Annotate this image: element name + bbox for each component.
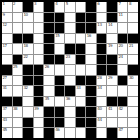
blocked-cell <box>107 97 117 107</box>
clue-number: 17 <box>3 44 7 48</box>
blocked-cell <box>97 65 107 75</box>
blocked-cell <box>86 128 96 138</box>
crossword-cell[interactable]: 41 <box>107 107 117 117</box>
clue-number: 19 <box>108 44 112 48</box>
crossword-cell[interactable] <box>13 13 23 23</box>
crossword-cell[interactable]: 20 <box>118 44 128 54</box>
crossword-cell[interactable] <box>128 118 138 128</box>
blocked-cell <box>44 13 54 23</box>
crossword-cell[interactable] <box>23 97 33 107</box>
blocked-cell <box>107 13 117 23</box>
blocked-cell <box>97 44 107 54</box>
crossword-cell[interactable] <box>65 76 75 86</box>
clue-number: 2 <box>13 2 15 6</box>
crossword-board: 1234567891011121314151617181920212223242… <box>0 0 140 140</box>
crossword-cell[interactable]: 22 <box>23 55 33 65</box>
crossword-cell[interactable]: 12 <box>2 23 12 33</box>
clue-number: 3 <box>34 2 36 6</box>
crossword-cell[interactable]: 8 <box>128 2 138 12</box>
crossword-cell[interactable]: 32 <box>23 86 33 96</box>
blocked-cell <box>65 44 75 54</box>
crossword-cell[interactable]: 17 <box>2 44 12 54</box>
blocked-cell <box>118 76 128 86</box>
clue-number: 32 <box>24 86 28 90</box>
crossword-cell[interactable] <box>128 13 138 23</box>
crossword-cell[interactable]: 36 <box>65 97 75 107</box>
crossword-cell[interactable] <box>34 118 44 128</box>
crossword-cell[interactable]: 15 <box>55 34 65 44</box>
crossword-cell[interactable]: 40 <box>97 107 107 117</box>
crossword-cell[interactable]: 43 <box>2 118 12 128</box>
crossword-cell[interactable] <box>13 23 23 33</box>
crossword-cell[interactable]: 35 <box>44 97 54 107</box>
crossword-cell[interactable] <box>55 44 65 54</box>
crossword-cell[interactable]: 27 <box>2 76 12 86</box>
crossword-cell[interactable]: 23 <box>65 55 75 65</box>
crossword-cell[interactable]: 37 <box>2 107 12 117</box>
blocked-cell <box>86 86 96 96</box>
crossword-cell[interactable] <box>34 23 44 33</box>
blocked-cell <box>76 23 86 33</box>
crossword-cell[interactable] <box>23 23 33 33</box>
clue-number: 6 <box>97 2 99 6</box>
crossword-cell[interactable]: 10 <box>23 13 33 23</box>
blocked-cell <box>86 2 96 12</box>
clue-number: 38 <box>13 107 17 111</box>
blocked-cell <box>23 65 33 75</box>
blocked-cell <box>23 128 33 138</box>
crossword-cell[interactable]: 21 <box>128 44 138 54</box>
crossword-cell[interactable] <box>107 118 117 128</box>
crossword-cell[interactable]: 29 <box>107 76 117 86</box>
crossword-cell[interactable] <box>34 34 44 44</box>
crossword-cell[interactable] <box>34 128 44 138</box>
crossword-cell[interactable]: 13 <box>97 23 107 33</box>
blocked-cell <box>44 55 54 65</box>
blocked-cell <box>97 34 107 44</box>
clue-number: 39 <box>34 107 38 111</box>
clue-number: 42 <box>118 107 122 111</box>
clue-number: 21 <box>129 44 133 48</box>
crossword-cell[interactable]: 39 <box>34 107 44 117</box>
clue-number: 12 <box>3 23 7 27</box>
clue-number: 28 <box>97 76 101 80</box>
crossword-cell[interactable] <box>65 107 75 117</box>
blocked-cell <box>44 2 54 12</box>
clue-number: 40 <box>97 107 101 111</box>
blocked-cell <box>44 107 54 117</box>
clue-number: 23 <box>66 55 70 59</box>
blocked-cell <box>97 55 107 65</box>
blocked-cell <box>23 118 33 128</box>
clue-number: 4 <box>55 2 57 6</box>
crossword-cell[interactable]: 2 <box>13 2 23 12</box>
clue-number: 18 <box>24 44 28 48</box>
crossword-cell[interactable]: 38 <box>13 107 23 117</box>
crossword-cell[interactable] <box>107 34 117 44</box>
blocked-cell <box>23 76 33 86</box>
crossword-cell[interactable] <box>128 23 138 33</box>
crossword-cell[interactable] <box>118 23 128 33</box>
blocked-cell <box>65 86 75 96</box>
crossword-cell[interactable]: 33 <box>76 86 86 96</box>
crossword-cell[interactable]: 28 <box>97 76 107 86</box>
crossword-cell[interactable]: 14 <box>107 23 117 33</box>
crossword-cell[interactable] <box>86 44 96 54</box>
crossword-cell[interactable] <box>65 65 75 75</box>
clue-number: 29 <box>108 76 112 80</box>
clue-number: 41 <box>108 107 112 111</box>
blocked-cell <box>76 13 86 23</box>
crossword-cell[interactable]: 7 <box>118 2 128 12</box>
clue-number: 15 <box>55 34 59 38</box>
crossword-cell[interactable]: 26 <box>44 65 54 75</box>
clue-number: 8 <box>129 2 131 6</box>
crossword-cell[interactable] <box>86 55 96 65</box>
crossword-cell[interactable] <box>97 97 107 107</box>
crossword-cell[interactable] <box>118 86 128 96</box>
blocked-cell <box>44 44 54 54</box>
crossword-cell[interactable]: 30 <box>128 76 138 86</box>
crossword-cell[interactable] <box>34 55 44 65</box>
crossword-cell[interactable] <box>34 44 44 54</box>
blocked-cell <box>86 118 96 128</box>
blocked-cell <box>118 97 128 107</box>
crossword-cell[interactable] <box>13 86 23 96</box>
blocked-cell <box>76 44 86 54</box>
blocked-cell <box>34 97 44 107</box>
crossword-cell[interactable] <box>128 107 138 117</box>
clue-number: 43 <box>3 118 7 122</box>
blocked-cell <box>2 97 12 107</box>
crossword-cell[interactable]: 18 <box>23 44 33 54</box>
crossword-cell[interactable] <box>107 86 117 96</box>
crossword-cell[interactable] <box>76 34 86 44</box>
clue-number: 1 <box>3 2 5 6</box>
crossword-cell[interactable]: 1 <box>2 2 12 12</box>
crossword-cell[interactable]: 24 <box>118 55 128 65</box>
clue-number: 35 <box>45 97 49 101</box>
blocked-cell <box>86 13 96 23</box>
blocked-cell <box>34 76 44 86</box>
blocked-cell <box>55 118 65 128</box>
crossword-cell[interactable] <box>13 76 23 86</box>
blocked-cell <box>23 34 33 44</box>
blocked-cell <box>76 107 86 117</box>
clue-number: 33 <box>76 86 80 90</box>
crossword-cell[interactable] <box>44 76 54 86</box>
crossword-cell[interactable] <box>118 118 128 128</box>
clue-number: 14 <box>108 23 112 27</box>
clue-number: 44 <box>97 118 101 122</box>
crossword-cell[interactable] <box>13 118 23 128</box>
blocked-cell <box>86 107 96 117</box>
crossword-cell[interactable] <box>65 13 75 23</box>
clue-number: 5 <box>66 2 68 6</box>
blocked-cell <box>86 97 96 107</box>
blocked-cell <box>86 23 96 33</box>
blocked-cell <box>107 2 117 12</box>
crossword-cell[interactable] <box>34 13 44 23</box>
crossword-cell[interactable] <box>44 86 54 96</box>
clue-number: 45 <box>3 128 7 132</box>
crossword-cell[interactable] <box>2 34 12 44</box>
clue-number: 46 <box>55 128 59 132</box>
clue-number: 20 <box>118 44 122 48</box>
crossword-cell[interactable]: 19 <box>107 44 117 54</box>
blocked-cell <box>44 118 54 128</box>
blocked-cell <box>128 65 138 75</box>
crossword-cell[interactable]: 44 <box>97 118 107 128</box>
crossword-cell[interactable]: 46 <box>55 128 65 138</box>
blocked-cell <box>76 76 86 86</box>
crossword-cell[interactable]: 9 <box>2 13 12 23</box>
crossword-cell[interactable] <box>76 97 86 107</box>
clue-number: 37 <box>3 107 7 111</box>
crossword-cell[interactable] <box>13 44 23 54</box>
blocked-cell <box>23 2 33 12</box>
crossword-cell[interactable] <box>65 34 75 44</box>
crossword-cell[interactable] <box>97 128 107 138</box>
crossword-cell[interactable] <box>128 86 138 96</box>
blocked-cell <box>34 65 44 75</box>
blocked-cell <box>44 128 54 138</box>
clue-number: 47 <box>118 128 122 132</box>
crossword-cell[interactable] <box>65 118 75 128</box>
crossword-cell[interactable] <box>76 2 86 12</box>
clue-number: 36 <box>66 97 70 101</box>
crossword-cell[interactable]: 16 <box>86 34 96 44</box>
crossword-cell[interactable]: 45 <box>2 128 12 138</box>
blocked-cell <box>13 34 23 44</box>
clue-number: 10 <box>24 13 28 17</box>
blocked-cell <box>55 55 65 65</box>
crossword-cell[interactable] <box>23 107 33 117</box>
blocked-cell <box>107 128 117 138</box>
blocked-cell <box>107 55 117 65</box>
crossword-cell[interactable]: 4 <box>55 2 65 12</box>
blocked-cell <box>55 107 65 117</box>
crossword-cell[interactable]: 5 <box>65 2 75 12</box>
crossword-cell[interactable] <box>2 55 12 65</box>
blocked-cell <box>107 65 117 75</box>
crossword-cell[interactable] <box>97 13 107 23</box>
blocked-cell <box>55 23 65 33</box>
crossword-cell[interactable] <box>76 65 86 75</box>
crossword-cell[interactable] <box>128 55 138 65</box>
crossword-cell[interactable]: 6 <box>97 2 107 12</box>
blocked-cell <box>55 86 65 96</box>
crossword-cell[interactable]: 42 <box>118 107 128 117</box>
crossword-cell[interactable] <box>128 97 138 107</box>
crossword-cell[interactable] <box>118 65 128 75</box>
crossword-cell[interactable]: 34 <box>97 86 107 96</box>
clue-number: 30 <box>129 76 133 80</box>
crossword-cell[interactable]: 47 <box>118 128 128 138</box>
blocked-cell <box>76 55 86 65</box>
crossword-cell[interactable] <box>55 65 65 75</box>
crossword-cell[interactable]: 31 <box>2 86 12 96</box>
crossword-cell[interactable]: 25 <box>13 65 23 75</box>
clue-number: 9 <box>3 13 5 17</box>
blocked-cell <box>44 23 54 33</box>
clue-number: 22 <box>24 55 28 59</box>
clue-number: 16 <box>87 34 91 38</box>
clue-number: 13 <box>97 23 101 27</box>
blocked-cell <box>44 34 54 44</box>
blocked-cell <box>13 97 23 107</box>
crossword-cell[interactable] <box>86 65 96 75</box>
crossword-cell[interactable] <box>13 128 23 138</box>
crossword-cell[interactable]: 11 <box>118 13 128 23</box>
clue-number: 34 <box>97 86 101 90</box>
blocked-cell <box>13 55 23 65</box>
clue-number: 7 <box>118 2 120 6</box>
crossword-cell[interactable]: 3 <box>34 2 44 12</box>
clue-number: 24 <box>118 55 122 59</box>
clue-number: 26 <box>45 65 49 69</box>
crossword-cell[interactable] <box>128 128 138 138</box>
blocked-cell <box>86 76 96 86</box>
clue-number: 25 <box>13 65 17 69</box>
clue-number: 31 <box>3 86 7 90</box>
clue-number: 11 <box>118 13 122 17</box>
crossword-cell[interactable] <box>55 97 65 107</box>
blocked-cell <box>34 86 44 96</box>
blocked-cell <box>55 13 65 23</box>
crossword-cell[interactable] <box>65 128 75 138</box>
crossword-cell[interactable] <box>65 23 75 33</box>
blocked-cell <box>118 34 128 44</box>
blocked-cell <box>128 34 138 44</box>
clue-number: 27 <box>3 76 7 80</box>
blocked-cell <box>55 76 65 86</box>
blocked-cell <box>2 65 12 75</box>
crossword-cell[interactable] <box>76 128 86 138</box>
blocked-cell <box>76 118 86 128</box>
